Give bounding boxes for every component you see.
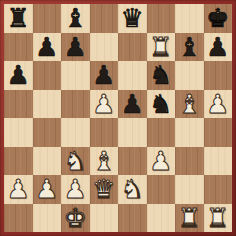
square-e2[interactable]: ♞	[118, 175, 147, 204]
square-d7[interactable]	[90, 33, 119, 62]
square-b2[interactable]: ♟	[33, 175, 62, 204]
piece-white-rook[interactable]: ♜	[147, 33, 176, 62]
square-a2[interactable]: ♟	[4, 175, 33, 204]
piece-black-pawn[interactable]: ♟	[204, 33, 233, 62]
piece-white-knight[interactable]: ♞	[61, 147, 90, 176]
square-e1[interactable]	[118, 204, 147, 233]
piece-black-pawn[interactable]: ♟	[90, 61, 119, 90]
piece-black-pawn[interactable]: ♟	[33, 33, 62, 62]
square-e3[interactable]	[118, 147, 147, 176]
piece-white-pawn[interactable]: ♟	[61, 175, 90, 204]
square-a8[interactable]: ♜	[4, 4, 33, 33]
square-d6[interactable]: ♟	[90, 61, 119, 90]
piece-white-pawn[interactable]: ♟	[4, 175, 33, 204]
piece-white-bishop[interactable]: ♝	[175, 90, 204, 119]
square-c4[interactable]	[61, 118, 90, 147]
piece-black-bishop[interactable]: ♝	[61, 4, 90, 33]
square-d2[interactable]: ♛	[90, 175, 119, 204]
square-a7[interactable]	[4, 33, 33, 62]
piece-black-rook[interactable]: ♜	[4, 4, 33, 33]
square-e8[interactable]: ♛	[118, 4, 147, 33]
chess-board-frame: ♜♝♛♚♟♟♜♝♟♟♟♞♟♟♞♝♟♞♝♟♟♟♟♛♞♚♜♜	[0, 0, 236, 236]
square-g8[interactable]	[175, 4, 204, 33]
square-d4[interactable]	[90, 118, 119, 147]
square-c3[interactable]: ♞	[61, 147, 90, 176]
square-h1[interactable]: ♜	[204, 204, 233, 233]
square-c7[interactable]: ♟	[61, 33, 90, 62]
piece-white-pawn[interactable]: ♟	[147, 147, 176, 176]
square-a3[interactable]	[4, 147, 33, 176]
square-f6[interactable]: ♞	[147, 61, 176, 90]
square-h5[interactable]: ♟	[204, 90, 233, 119]
square-h2[interactable]	[204, 175, 233, 204]
square-g6[interactable]	[175, 61, 204, 90]
square-h3[interactable]	[204, 147, 233, 176]
square-b1[interactable]	[33, 204, 62, 233]
square-f7[interactable]: ♜	[147, 33, 176, 62]
square-e7[interactable]	[118, 33, 147, 62]
square-g3[interactable]	[175, 147, 204, 176]
chess-board: ♜♝♛♚♟♟♜♝♟♟♟♞♟♟♞♝♟♞♝♟♟♟♟♛♞♚♜♜	[4, 4, 232, 232]
square-c8[interactable]: ♝	[61, 4, 90, 33]
piece-black-pawn[interactable]: ♟	[4, 61, 33, 90]
square-h7[interactable]: ♟	[204, 33, 233, 62]
square-a4[interactable]	[4, 118, 33, 147]
square-e5[interactable]: ♟	[118, 90, 147, 119]
piece-white-rook[interactable]: ♜	[175, 204, 204, 233]
square-c1[interactable]: ♚	[61, 204, 90, 233]
square-f1[interactable]	[147, 204, 176, 233]
square-f4[interactable]	[147, 118, 176, 147]
square-b8[interactable]	[33, 4, 62, 33]
square-b6[interactable]	[33, 61, 62, 90]
square-a5[interactable]	[4, 90, 33, 119]
square-f2[interactable]	[147, 175, 176, 204]
piece-black-bishop[interactable]: ♝	[175, 33, 204, 62]
square-g5[interactable]: ♝	[175, 90, 204, 119]
piece-white-rook[interactable]: ♜	[204, 204, 233, 233]
square-d3[interactable]: ♝	[90, 147, 119, 176]
square-e6[interactable]	[118, 61, 147, 90]
square-f5[interactable]: ♞	[147, 90, 176, 119]
square-h6[interactable]	[204, 61, 233, 90]
square-d5[interactable]: ♟	[90, 90, 119, 119]
piece-white-knight[interactable]: ♞	[118, 175, 147, 204]
square-d1[interactable]	[90, 204, 119, 233]
square-a1[interactable]	[4, 204, 33, 233]
square-b7[interactable]: ♟	[33, 33, 62, 62]
square-d8[interactable]	[90, 4, 119, 33]
piece-white-bishop[interactable]: ♝	[90, 147, 119, 176]
piece-white-pawn[interactable]: ♟	[204, 90, 233, 119]
piece-black-queen[interactable]: ♛	[118, 4, 147, 33]
square-g4[interactable]	[175, 118, 204, 147]
square-g7[interactable]: ♝	[175, 33, 204, 62]
square-b5[interactable]	[33, 90, 62, 119]
square-b3[interactable]	[33, 147, 62, 176]
square-g2[interactable]	[175, 175, 204, 204]
square-c6[interactable]	[61, 61, 90, 90]
square-c2[interactable]: ♟	[61, 175, 90, 204]
piece-white-king[interactable]: ♚	[61, 204, 90, 233]
piece-black-knight[interactable]: ♞	[147, 90, 176, 119]
piece-white-pawn[interactable]: ♟	[33, 175, 62, 204]
square-f8[interactable]	[147, 4, 176, 33]
piece-black-knight[interactable]: ♞	[147, 61, 176, 90]
piece-black-pawn[interactable]: ♟	[118, 90, 147, 119]
square-a6[interactable]: ♟	[4, 61, 33, 90]
square-f3[interactable]: ♟	[147, 147, 176, 176]
square-h4[interactable]	[204, 118, 233, 147]
square-h8[interactable]: ♚	[204, 4, 233, 33]
square-g1[interactable]: ♜	[175, 204, 204, 233]
square-c5[interactable]	[61, 90, 90, 119]
piece-white-pawn[interactable]: ♟	[90, 90, 119, 119]
piece-black-king[interactable]: ♚	[204, 4, 233, 33]
piece-black-pawn[interactable]: ♟	[61, 33, 90, 62]
piece-white-queen[interactable]: ♛	[90, 175, 119, 204]
square-b4[interactable]	[33, 118, 62, 147]
square-e4[interactable]	[118, 118, 147, 147]
